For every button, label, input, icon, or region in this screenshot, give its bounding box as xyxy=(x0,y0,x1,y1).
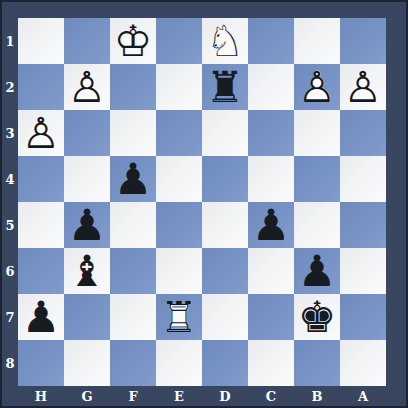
piece-white-rook-e7[interactable] xyxy=(156,294,202,340)
square-h8[interactable] xyxy=(18,340,64,386)
chess-board xyxy=(18,18,386,386)
square-d1[interactable] xyxy=(202,18,248,64)
piece-black-pawn-b6[interactable] xyxy=(294,248,340,294)
square-g5[interactable] xyxy=(64,202,110,248)
square-g1[interactable] xyxy=(64,18,110,64)
square-e6[interactable] xyxy=(156,248,202,294)
square-c7[interactable] xyxy=(248,294,294,340)
square-g6[interactable] xyxy=(64,248,110,294)
square-e1[interactable] xyxy=(156,18,202,64)
square-d3[interactable] xyxy=(202,110,248,156)
piece-white-pawn-h3[interactable] xyxy=(18,110,64,156)
rank-label-4: 4 xyxy=(2,156,18,202)
square-f2[interactable] xyxy=(110,64,156,110)
piece-white-pawn-b2[interactable] xyxy=(294,64,340,110)
rank-labels: 12345678 xyxy=(2,18,18,386)
square-a4[interactable] xyxy=(340,156,386,202)
square-c5[interactable] xyxy=(248,202,294,248)
square-h6[interactable] xyxy=(18,248,64,294)
square-c4[interactable] xyxy=(248,156,294,202)
square-b8[interactable] xyxy=(294,340,340,386)
file-label-a: A xyxy=(340,386,386,406)
square-d6[interactable] xyxy=(202,248,248,294)
square-g2[interactable] xyxy=(64,64,110,110)
square-f8[interactable] xyxy=(110,340,156,386)
square-f3[interactable] xyxy=(110,110,156,156)
square-b1[interactable] xyxy=(294,18,340,64)
square-d5[interactable] xyxy=(202,202,248,248)
piece-white-king-f1[interactable] xyxy=(110,18,156,64)
square-f1[interactable] xyxy=(110,18,156,64)
rank-label-1: 1 xyxy=(2,18,18,64)
square-d4[interactable] xyxy=(202,156,248,202)
piece-black-pawn-f4[interactable] xyxy=(110,156,156,202)
square-h7[interactable] xyxy=(18,294,64,340)
square-b7[interactable] xyxy=(294,294,340,340)
rank-label-6: 6 xyxy=(2,248,18,294)
square-g8[interactable] xyxy=(64,340,110,386)
square-h5[interactable] xyxy=(18,202,64,248)
square-g4[interactable] xyxy=(64,156,110,202)
rank-label-8: 8 xyxy=(2,340,18,386)
piece-black-king-b7[interactable] xyxy=(294,294,340,340)
file-label-b: B xyxy=(294,386,340,406)
piece-white-pawn-a2[interactable] xyxy=(340,64,386,110)
square-d7[interactable] xyxy=(202,294,248,340)
square-c3[interactable] xyxy=(248,110,294,156)
square-c6[interactable] xyxy=(248,248,294,294)
square-b2[interactable] xyxy=(294,64,340,110)
square-f4[interactable] xyxy=(110,156,156,202)
piece-white-pawn-g2[interactable] xyxy=(64,64,110,110)
chess-diagram: 12345678 HGFEDCBA xyxy=(0,0,408,408)
file-label-h: H xyxy=(18,386,64,406)
square-h2[interactable] xyxy=(18,64,64,110)
square-a7[interactable] xyxy=(340,294,386,340)
file-label-d: D xyxy=(202,386,248,406)
square-e4[interactable] xyxy=(156,156,202,202)
square-h4[interactable] xyxy=(18,156,64,202)
square-f5[interactable] xyxy=(110,202,156,248)
square-d8[interactable] xyxy=(202,340,248,386)
rank-label-7: 7 xyxy=(2,294,18,340)
square-f6[interactable] xyxy=(110,248,156,294)
piece-black-pawn-c5[interactable] xyxy=(248,202,294,248)
square-a3[interactable] xyxy=(340,110,386,156)
piece-black-bishop-g6[interactable] xyxy=(64,248,110,294)
file-label-c: C xyxy=(248,386,294,406)
square-b3[interactable] xyxy=(294,110,340,156)
square-e7[interactable] xyxy=(156,294,202,340)
square-b6[interactable] xyxy=(294,248,340,294)
square-c2[interactable] xyxy=(248,64,294,110)
piece-black-rook-d2[interactable] xyxy=(202,64,248,110)
square-b4[interactable] xyxy=(294,156,340,202)
square-c8[interactable] xyxy=(248,340,294,386)
square-e5[interactable] xyxy=(156,202,202,248)
rank-label-2: 2 xyxy=(2,64,18,110)
square-a5[interactable] xyxy=(340,202,386,248)
square-g7[interactable] xyxy=(64,294,110,340)
square-a2[interactable] xyxy=(340,64,386,110)
square-e2[interactable] xyxy=(156,64,202,110)
square-h1[interactable] xyxy=(18,18,64,64)
rank-label-5: 5 xyxy=(2,202,18,248)
square-f7[interactable] xyxy=(110,294,156,340)
file-labels: HGFEDCBA xyxy=(18,386,386,406)
file-label-g: G xyxy=(64,386,110,406)
square-b5[interactable] xyxy=(294,202,340,248)
file-label-f: F xyxy=(110,386,156,406)
rank-label-3: 3 xyxy=(2,110,18,156)
piece-black-pawn-h7[interactable] xyxy=(18,294,64,340)
square-e3[interactable] xyxy=(156,110,202,156)
square-e8[interactable] xyxy=(156,340,202,386)
square-h3[interactable] xyxy=(18,110,64,156)
square-g3[interactable] xyxy=(64,110,110,156)
piece-white-knight-d1[interactable] xyxy=(202,18,248,64)
square-a6[interactable] xyxy=(340,248,386,294)
square-d2[interactable] xyxy=(202,64,248,110)
square-c1[interactable] xyxy=(248,18,294,64)
file-label-e: E xyxy=(156,386,202,406)
square-a8[interactable] xyxy=(340,340,386,386)
piece-black-pawn-g5[interactable] xyxy=(64,202,110,248)
square-a1[interactable] xyxy=(340,18,386,64)
